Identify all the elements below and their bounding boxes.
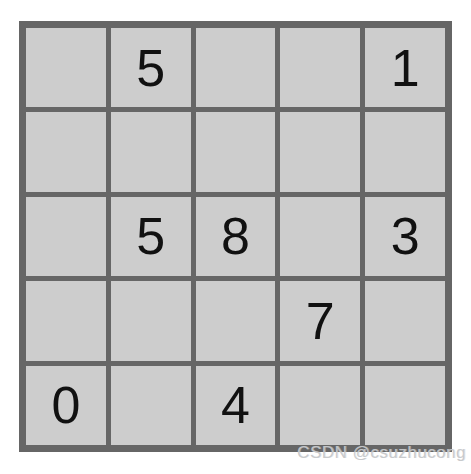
grid-cell-r4c2[interactable] xyxy=(111,281,191,360)
grid-cell-r1c5[interactable]: 1 xyxy=(365,28,445,107)
grid-cell-r4c5[interactable] xyxy=(365,281,445,360)
grid-cell-r3c3[interactable]: 8 xyxy=(196,197,276,276)
grid-cell-r5c2[interactable] xyxy=(111,366,191,445)
grid-cell-r4c4[interactable]: 7 xyxy=(280,281,360,360)
grid-cell-r5c1[interactable]: 0 xyxy=(26,366,106,445)
grid-cell-r1c1[interactable] xyxy=(26,28,106,107)
grid-cell-r2c4[interactable] xyxy=(280,112,360,191)
grid-cell-r2c3[interactable] xyxy=(196,112,276,191)
grid-cell-r3c4[interactable] xyxy=(280,197,360,276)
grid-cell-r5c4[interactable] xyxy=(280,366,360,445)
grid-cell-r5c3[interactable]: 4 xyxy=(196,366,276,445)
grid-cell-r4c1[interactable] xyxy=(26,281,106,360)
puzzle-board: 51583704 xyxy=(19,21,452,452)
grid-cell-r3c1[interactable] xyxy=(26,197,106,276)
grid-cell-r1c2[interactable]: 5 xyxy=(111,28,191,107)
grid-cell-r3c5[interactable]: 3 xyxy=(365,197,445,276)
grid-cell-r1c4[interactable] xyxy=(280,28,360,107)
grid-cell-r4c3[interactable] xyxy=(196,281,276,360)
grid-cell-r3c2[interactable]: 5 xyxy=(111,197,191,276)
grid-cell-r5c5[interactable] xyxy=(365,366,445,445)
grid-cell-r2c5[interactable] xyxy=(365,112,445,191)
grid-cell-r2c2[interactable] xyxy=(111,112,191,191)
grid-cell-r2c1[interactable] xyxy=(26,112,106,191)
grid-cell-r1c3[interactable] xyxy=(196,28,276,107)
